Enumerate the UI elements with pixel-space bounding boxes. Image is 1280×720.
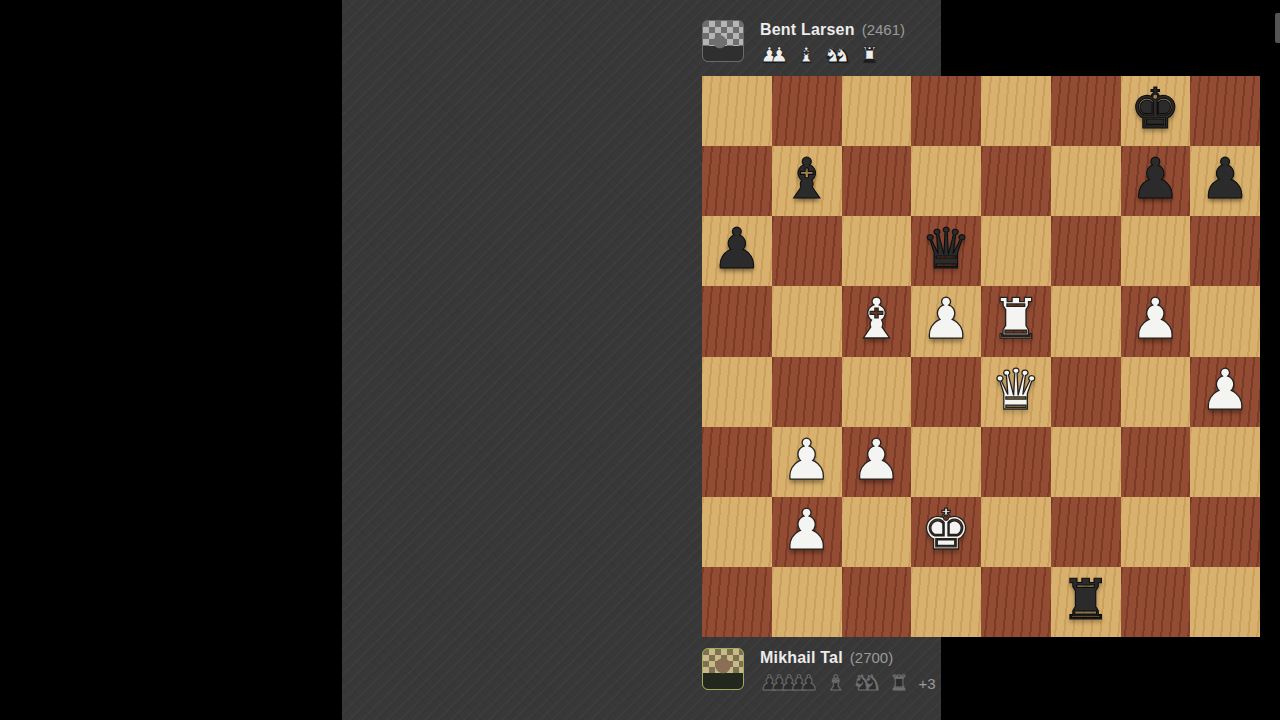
square-a8[interactable] <box>702 76 772 146</box>
square-g8[interactable]: ♚ <box>1121 76 1191 146</box>
square-b1[interactable] <box>772 567 842 637</box>
player-rating-top: (2461) <box>862 21 905 38</box>
square-a4[interactable] <box>702 357 772 427</box>
square-d4[interactable] <box>911 357 981 427</box>
white-pawn-c3: ♟ <box>851 432 901 488</box>
white-pawn-b2: ♟ <box>782 502 832 558</box>
square-e3[interactable] <box>981 427 1051 497</box>
square-b6[interactable] <box>772 216 842 286</box>
white-king-d2: ♚ <box>921 502 971 558</box>
square-a2[interactable] <box>702 497 772 567</box>
avatar-bent-larsen[interactable] <box>702 20 744 62</box>
captured-group-bottom-0: ♟♟♟♟♟ <box>760 672 818 694</box>
square-b7[interactable]: ♝ <box>772 146 842 216</box>
square-h4[interactable]: ♟ <box>1190 357 1260 427</box>
square-e6[interactable] <box>981 216 1051 286</box>
letterboxed-viewport: Bent Larsen (2461) ♟♟♝♞♞♜ ♚♝♟♟♟♛♝♟♜♟♛♟♟♟… <box>0 0 1280 720</box>
captured-group-top-2: ♞♞ <box>823 44 852 66</box>
name-line-top: Bent Larsen (2461) <box>760 21 905 41</box>
square-e4[interactable]: ♛ <box>981 357 1051 427</box>
square-c8[interactable] <box>842 76 912 146</box>
square-a5[interactable] <box>702 286 772 356</box>
captured-black-pawn-icon: ♟ <box>799 672 818 694</box>
square-a7[interactable] <box>702 146 772 216</box>
square-g6[interactable] <box>1121 216 1191 286</box>
square-d6[interactable]: ♛ <box>911 216 981 286</box>
square-c5[interactable]: ♝ <box>842 286 912 356</box>
square-b4[interactable] <box>772 357 842 427</box>
player-card-top: Bent Larsen (2461) ♟♟♝♞♞♜ <box>702 20 905 67</box>
square-h3[interactable] <box>1190 427 1260 497</box>
square-a1[interactable] <box>702 567 772 637</box>
square-g1[interactable] <box>1121 567 1191 637</box>
square-a3[interactable] <box>702 427 772 497</box>
white-pawn-h4: ♟ <box>1200 362 1250 418</box>
name-line-bottom: Mikhail Tal (2700) <box>760 649 936 669</box>
square-f3[interactable] <box>1051 427 1121 497</box>
black-king-g8: ♚ <box>1130 81 1180 137</box>
player-card-bottom: Mikhail Tal (2700) ♟♟♟♟♟♝♞♞♜+3 <box>702 648 936 695</box>
black-queen-d6: ♛ <box>921 221 971 277</box>
square-e5[interactable]: ♜ <box>981 286 1051 356</box>
black-bishop-b7: ♝ <box>782 151 832 207</box>
square-d7[interactable] <box>911 146 981 216</box>
square-b3[interactable]: ♟ <box>772 427 842 497</box>
square-d5[interactable]: ♟ <box>911 286 981 356</box>
square-e1[interactable] <box>981 567 1051 637</box>
square-d8[interactable] <box>911 76 981 146</box>
black-pawn-a6: ♟ <box>712 221 762 277</box>
captured-group-top-3: ♜ <box>860 44 879 66</box>
chess-board[interactable]: ♚♝♟♟♟♛♝♟♜♟♛♟♟♟♟♚♜ <box>702 76 1260 637</box>
captured-black-rook-icon: ♜ <box>890 672 909 694</box>
player-rating-bottom: (2700) <box>850 649 893 666</box>
square-h8[interactable] <box>1190 76 1260 146</box>
square-a6[interactable]: ♟ <box>702 216 772 286</box>
captured-pieces-top: ♟♟♝♞♞♜ <box>760 43 905 67</box>
square-g5[interactable]: ♟ <box>1121 286 1191 356</box>
square-f5[interactable] <box>1051 286 1121 356</box>
square-c3[interactable]: ♟ <box>842 427 912 497</box>
square-b8[interactable] <box>772 76 842 146</box>
captured-group-top-1: ♝ <box>797 44 816 66</box>
captured-black-knight-icon: ♞ <box>863 672 882 694</box>
player-meta-bottom: Mikhail Tal (2700) ♟♟♟♟♟♝♞♞♜+3 <box>760 648 936 695</box>
square-c1[interactable] <box>842 567 912 637</box>
captured-white-knight-icon: ♞ <box>833 44 852 66</box>
square-h7[interactable]: ♟ <box>1190 146 1260 216</box>
white-pawn-g5: ♟ <box>1130 291 1180 347</box>
square-c7[interactable] <box>842 146 912 216</box>
square-f7[interactable] <box>1051 146 1121 216</box>
captured-white-rook-icon: ♜ <box>860 44 879 66</box>
chess-app-panel: Bent Larsen (2461) ♟♟♝♞♞♜ ♚♝♟♟♟♛♝♟♜♟♛♟♟♟… <box>342 0 941 720</box>
player-name-top[interactable]: Bent Larsen <box>760 21 855 39</box>
captured-black-bishop-icon: ♝ <box>826 672 845 694</box>
square-c4[interactable] <box>842 357 912 427</box>
scrollbar-thumb[interactable] <box>1275 13 1280 43</box>
captured-group-bottom-2: ♞♞ <box>853 672 882 694</box>
black-pawn-h7: ♟ <box>1200 151 1250 207</box>
square-d2[interactable]: ♚ <box>911 497 981 567</box>
material-advantage: +3 <box>918 675 935 692</box>
captured-pieces-bottom: ♟♟♟♟♟♝♞♞♜+3 <box>760 671 936 695</box>
white-queen-e4: ♛ <box>991 362 1041 418</box>
white-pawn-d5: ♟ <box>921 291 971 347</box>
square-f8[interactable] <box>1051 76 1121 146</box>
player-meta-top: Bent Larsen (2461) ♟♟♝♞♞♜ <box>760 20 905 67</box>
square-f6[interactable] <box>1051 216 1121 286</box>
square-g2[interactable] <box>1121 497 1191 567</box>
square-f4[interactable] <box>1051 357 1121 427</box>
square-h6[interactable] <box>1190 216 1260 286</box>
black-pawn-g7: ♟ <box>1130 151 1180 207</box>
square-h5[interactable] <box>1190 286 1260 356</box>
square-b2[interactable]: ♟ <box>772 497 842 567</box>
square-g3[interactable] <box>1121 427 1191 497</box>
square-c6[interactable] <box>842 216 912 286</box>
square-f1[interactable]: ♜ <box>1051 567 1121 637</box>
square-f2[interactable] <box>1051 497 1121 567</box>
square-e2[interactable] <box>981 497 1051 567</box>
captured-white-bishop-icon: ♝ <box>797 44 816 66</box>
square-d1[interactable] <box>911 567 981 637</box>
square-e7[interactable] <box>981 146 1051 216</box>
square-d3[interactable] <box>911 427 981 497</box>
square-g4[interactable] <box>1121 357 1191 427</box>
square-e8[interactable] <box>981 76 1051 146</box>
square-h2[interactable] <box>1190 497 1260 567</box>
captured-group-bottom-3: ♜ <box>890 672 909 694</box>
square-c2[interactable] <box>842 497 912 567</box>
square-b5[interactable] <box>772 286 842 356</box>
captured-group-top-0: ♟♟ <box>760 44 789 66</box>
square-h1[interactable] <box>1190 567 1260 637</box>
black-rook-f1: ♜ <box>1061 572 1111 628</box>
white-rook-e5: ♜ <box>991 291 1041 347</box>
white-pawn-b3: ♟ <box>782 432 832 488</box>
captured-group-bottom-1: ♝ <box>826 672 845 694</box>
avatar-mikhail-tal[interactable] <box>702 648 744 690</box>
captured-white-pawn-icon: ♟ <box>770 44 789 66</box>
square-g7[interactable]: ♟ <box>1121 146 1191 216</box>
player-name-bottom[interactable]: Mikhail Tal <box>760 649 843 667</box>
white-bishop-c5: ♝ <box>851 291 901 347</box>
